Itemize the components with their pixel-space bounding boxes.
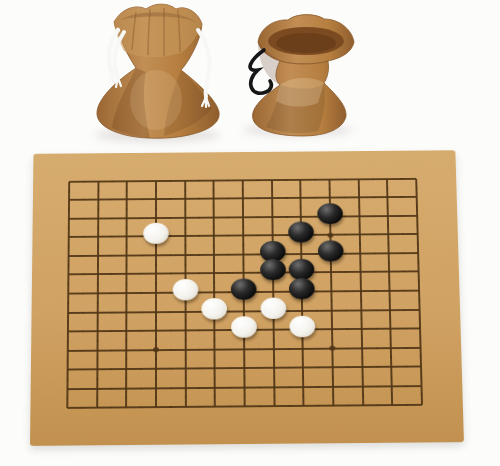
board-intersection — [373, 170, 402, 189]
board-intersection — [286, 189, 315, 208]
board-intersection — [316, 244, 345, 263]
board-intersection — [200, 359, 230, 378]
black-stone — [317, 203, 343, 224]
board-intersection — [112, 190, 141, 209]
board-intersection — [112, 246, 141, 265]
board-intersection — [83, 228, 112, 247]
board-intersection — [82, 379, 112, 398]
board-intersection — [228, 208, 257, 227]
board-intersection — [374, 207, 403, 226]
board-intersection — [259, 339, 289, 358]
board-intersection — [348, 396, 378, 416]
board-intersection — [171, 378, 201, 397]
board-intersection — [52, 379, 82, 398]
board-intersection — [229, 320, 259, 339]
board-intersection — [112, 302, 141, 321]
board-intersection — [171, 397, 201, 417]
left-pouch — [84, 0, 232, 146]
board-intersection — [344, 170, 373, 189]
board-intersection — [171, 302, 200, 321]
board-intersection — [257, 208, 286, 227]
hoshi-point — [329, 346, 335, 351]
board-intersection — [170, 246, 199, 265]
board-intersection — [347, 338, 377, 357]
white-stone — [231, 316, 257, 338]
board-intersection — [83, 190, 112, 209]
board-intersection — [200, 321, 229, 340]
board-intersection — [141, 172, 170, 191]
board-intersection — [82, 398, 112, 418]
board-intersection — [286, 170, 315, 189]
go-board-grid — [52, 169, 437, 418]
board-intersection — [344, 188, 373, 207]
left-pouch-highlight — [130, 70, 182, 130]
white-stone — [172, 279, 198, 300]
board-intersection — [228, 189, 257, 208]
board-intersection — [171, 283, 200, 302]
board-intersection — [53, 303, 82, 322]
board-intersection — [83, 246, 112, 265]
board-intersection — [53, 341, 83, 360]
black-stone — [231, 278, 257, 299]
board-intersection — [259, 358, 289, 377]
board-intersection — [405, 319, 435, 338]
board-intersection — [170, 208, 199, 227]
board-intersection — [316, 263, 346, 282]
board-intersection — [112, 284, 141, 303]
board-intersection — [288, 339, 318, 358]
board-intersection — [257, 171, 286, 190]
board-intersection — [403, 206, 433, 225]
board-intersection — [407, 395, 437, 415]
hoshi-point — [328, 233, 334, 238]
board-intersection — [112, 265, 141, 284]
board-intersection — [374, 225, 404, 244]
board-intersection — [258, 301, 288, 320]
board-intersection — [345, 207, 374, 226]
board-intersection — [228, 171, 257, 190]
board-intersection — [402, 188, 431, 207]
board-intersection — [199, 189, 228, 208]
board-intersection — [200, 227, 229, 246]
board-intersection — [141, 302, 170, 321]
board-intersection — [141, 378, 171, 397]
board-intersection — [111, 398, 141, 418]
board-intersection — [229, 245, 258, 264]
board-intersection — [230, 378, 260, 397]
board-intersection — [54, 228, 83, 247]
board-intersection — [112, 379, 142, 398]
board-intersection — [83, 209, 112, 228]
board-intersection — [141, 264, 170, 283]
board-intersection — [376, 300, 406, 319]
board-intersection — [289, 377, 319, 396]
board-intersection — [259, 397, 289, 417]
board-intersection — [112, 227, 141, 246]
board-intersection — [141, 340, 170, 359]
board-intersection — [287, 226, 316, 245]
black-stone — [288, 222, 314, 243]
board-intersection — [54, 172, 83, 191]
board-intersection — [346, 263, 376, 282]
board-intersection — [83, 303, 112, 322]
board-intersection — [259, 377, 289, 396]
board-intersection — [317, 320, 347, 339]
board-intersection — [374, 244, 404, 263]
board-intersection — [112, 209, 141, 228]
board-intersection — [347, 319, 377, 338]
board-intersection — [199, 171, 228, 190]
board-intersection — [54, 246, 83, 265]
board-intersection — [171, 359, 201, 378]
board-intersection — [347, 357, 377, 376]
board-intersection — [318, 377, 348, 396]
board-intersection — [200, 397, 230, 417]
board-intersection — [200, 264, 229, 283]
board-intersection — [316, 207, 345, 226]
board-intersection — [200, 340, 230, 359]
board-intersection — [141, 321, 170, 340]
board-intersection — [405, 300, 435, 319]
board-intersection — [82, 322, 111, 341]
right-pouch-opening-depth — [276, 33, 336, 53]
board-intersection — [403, 244, 433, 263]
board-intersection — [258, 264, 287, 283]
board-intersection — [141, 227, 170, 246]
board-intersection — [407, 376, 437, 395]
board-intersection — [318, 358, 348, 377]
board-intersection — [82, 360, 112, 379]
board-intersection — [345, 225, 374, 244]
board-intersection — [317, 301, 347, 320]
board-intersection — [141, 398, 171, 418]
board-intersection — [377, 376, 407, 395]
right-pouch — [230, 6, 368, 140]
board-intersection — [170, 190, 199, 209]
board-intersection — [53, 322, 83, 341]
white-stone — [202, 298, 228, 320]
white-stone — [290, 316, 316, 338]
board-intersection — [406, 357, 436, 376]
board-intersection — [170, 171, 199, 190]
board-intersection — [53, 284, 82, 303]
board-intersection — [112, 359, 142, 378]
board-intersection — [403, 225, 433, 244]
board-intersection — [376, 319, 406, 338]
board-intersection — [200, 378, 230, 397]
board-intersection — [288, 320, 318, 339]
board-intersection — [345, 244, 375, 263]
board-intersection — [54, 209, 83, 228]
board-intersection — [287, 282, 317, 301]
board-intersection — [112, 172, 141, 191]
board-intersection — [318, 396, 348, 416]
board-intersection — [52, 398, 82, 418]
board-intersection — [230, 358, 260, 377]
board-intersection — [315, 170, 344, 189]
board-intersection — [141, 190, 170, 209]
board-intersection — [348, 377, 378, 396]
board-intersection — [289, 396, 319, 416]
board-intersection — [406, 338, 436, 357]
board-intersection — [83, 265, 112, 284]
board-intersection — [229, 339, 259, 358]
board-intersection — [171, 321, 200, 340]
board-intersection — [377, 357, 407, 376]
board-intersection — [404, 262, 434, 281]
board-intersection — [170, 227, 199, 246]
board-intersection — [200, 245, 229, 264]
board-intersection — [229, 226, 258, 245]
board-intersection — [346, 282, 376, 301]
black-stone — [289, 278, 315, 299]
black-stone — [260, 259, 286, 280]
board-intersection — [54, 265, 83, 284]
board-intersection — [259, 320, 289, 339]
board-intersection — [141, 283, 170, 302]
board-intersection — [141, 246, 170, 265]
board-intersection — [318, 339, 348, 358]
board-intersection — [83, 284, 112, 303]
board-intersection — [378, 396, 408, 416]
board-intersection — [375, 281, 405, 300]
white-stone — [143, 223, 169, 244]
white-stone — [260, 297, 286, 319]
board-intersection — [53, 360, 83, 379]
board-intersection — [229, 283, 258, 302]
black-stone — [318, 240, 344, 261]
board-intersection — [288, 358, 318, 377]
board-intersection — [83, 172, 112, 191]
board-intersection — [404, 281, 434, 300]
board-intersection — [141, 359, 171, 378]
board-intersection — [112, 321, 141, 340]
go-board-cloth — [30, 150, 464, 446]
board-intersection — [402, 169, 431, 188]
board-intersection — [54, 191, 83, 210]
board-intersection — [317, 282, 347, 301]
hoshi-point — [153, 347, 159, 352]
board-intersection — [373, 188, 402, 207]
board-intersection — [230, 397, 260, 417]
board-intersection — [199, 208, 228, 227]
board-intersection — [112, 340, 141, 359]
board-intersection — [257, 189, 286, 208]
board-intersection — [376, 338, 406, 357]
board-intersection — [200, 302, 229, 321]
board-intersection — [82, 341, 112, 360]
board-intersection — [171, 340, 200, 359]
board-intersection — [375, 263, 405, 282]
board-intersection — [346, 300, 376, 319]
